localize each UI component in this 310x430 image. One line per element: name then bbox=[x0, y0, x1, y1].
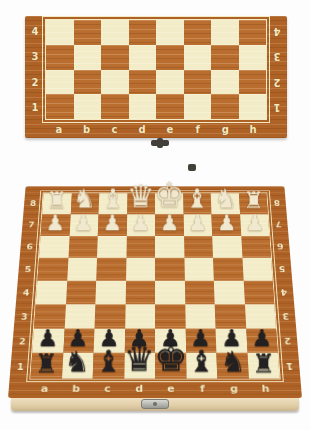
white-knight: ♞ bbox=[73, 186, 96, 212]
square-f7: ♟ bbox=[183, 214, 212, 236]
black-pawn: ♟ bbox=[252, 327, 273, 350]
square-b7: ♟ bbox=[69, 214, 98, 236]
square-e3 bbox=[156, 45, 184, 70]
square-d4 bbox=[129, 20, 157, 45]
square-d1: ♛ bbox=[124, 353, 155, 379]
rank-label: 7 bbox=[22, 214, 42, 236]
square-a1 bbox=[46, 94, 74, 119]
square-g2: ♟ bbox=[216, 328, 248, 353]
square-f4 bbox=[184, 20, 212, 45]
square-d8: ♛ bbox=[127, 193, 155, 214]
square-a2: ♟ bbox=[32, 328, 64, 353]
rank-label: 2 bbox=[267, 70, 287, 95]
square-e7: ♟ bbox=[155, 214, 184, 236]
square-g1 bbox=[211, 94, 239, 119]
square-d2: ♟ bbox=[124, 328, 155, 353]
square-c8: ♝ bbox=[99, 193, 128, 214]
white-pawn: ♟ bbox=[74, 212, 94, 234]
white-pawn: ♟ bbox=[188, 212, 208, 234]
square-g8: ♞ bbox=[211, 193, 240, 214]
board-squares: ♜♞♝♛♚♝♞♜♟♟♟♟♟♟♟♟♟♟♟♟♟♟♟♟♜♞♝♛♚♝♞♜ bbox=[29, 193, 280, 380]
square-d3 bbox=[125, 304, 155, 328]
white-rook: ♜ bbox=[243, 189, 264, 212]
square-f3 bbox=[184, 45, 212, 70]
square-e2 bbox=[156, 70, 184, 95]
square-e4 bbox=[155, 281, 185, 304]
folded-rank-labels-right: 4321 bbox=[267, 19, 287, 120]
white-pawn: ♟ bbox=[131, 212, 151, 234]
square-c3 bbox=[94, 304, 125, 328]
square-e2: ♟ bbox=[155, 328, 186, 353]
square-a3 bbox=[34, 304, 66, 328]
rank-label: 8 bbox=[23, 193, 42, 214]
square-c1: ♝ bbox=[93, 353, 125, 379]
file-label: a bbox=[28, 379, 61, 398]
square-e1: ♚ bbox=[155, 353, 186, 379]
square-d3 bbox=[129, 45, 157, 70]
square-h3 bbox=[239, 45, 267, 70]
square-d4 bbox=[125, 281, 155, 304]
folded-board-squares bbox=[45, 19, 267, 120]
rank-label: 1 bbox=[279, 354, 301, 380]
square-f3 bbox=[185, 304, 216, 328]
file-label: c bbox=[92, 379, 124, 398]
black-pawn: ♟ bbox=[99, 327, 120, 350]
file-label: f bbox=[186, 379, 218, 398]
square-d1 bbox=[129, 94, 157, 119]
square-b5 bbox=[67, 258, 97, 281]
white-knight: ♞ bbox=[214, 186, 237, 212]
square-c7: ♟ bbox=[98, 214, 127, 236]
rank-label: 3 bbox=[275, 304, 296, 328]
black-pawn: ♟ bbox=[68, 327, 89, 350]
square-d2 bbox=[129, 70, 157, 95]
square-h3 bbox=[244, 304, 276, 328]
black-pawn: ♟ bbox=[160, 327, 181, 350]
square-h5 bbox=[242, 258, 273, 281]
square-c5 bbox=[96, 258, 126, 281]
square-g7: ♟ bbox=[211, 214, 240, 236]
square-f2: ♟ bbox=[185, 328, 216, 353]
black-rook: ♜ bbox=[35, 350, 58, 376]
square-g5 bbox=[213, 258, 243, 281]
white-pawn: ♟ bbox=[217, 212, 237, 234]
square-a1: ♜ bbox=[30, 353, 63, 379]
file-label: b bbox=[60, 379, 92, 398]
square-e8: ♚ bbox=[155, 193, 183, 214]
square-e5 bbox=[155, 258, 184, 281]
square-b1: ♞ bbox=[62, 353, 94, 379]
square-c1 bbox=[101, 94, 129, 119]
square-a6 bbox=[39, 236, 69, 258]
square-c2 bbox=[101, 70, 129, 95]
rank-label: 3 bbox=[25, 44, 45, 69]
rank-label: 4 bbox=[16, 281, 37, 305]
square-f5 bbox=[184, 258, 214, 281]
rank-label: 6 bbox=[270, 235, 290, 257]
main-board-scene: ♜♞♝♛♚♝♞♜♟♟♟♟♟♟♟♟♟♟♟♟♟♟♟♟♜♞♝♛♚♝♞♜ 8765432… bbox=[8, 128, 302, 413]
square-c4 bbox=[101, 20, 129, 45]
square-d7: ♟ bbox=[126, 214, 155, 236]
square-h1 bbox=[239, 94, 267, 119]
square-a4 bbox=[36, 281, 67, 304]
square-f6 bbox=[184, 236, 213, 258]
rank-label: 7 bbox=[269, 214, 289, 236]
square-a8: ♜ bbox=[42, 193, 71, 214]
square-a2 bbox=[46, 70, 74, 95]
white-bishop: ♝ bbox=[101, 185, 125, 212]
white-pawn: ♟ bbox=[45, 212, 65, 234]
square-b2 bbox=[74, 70, 102, 95]
white-pawn: ♟ bbox=[102, 212, 122, 234]
square-f8: ♝ bbox=[183, 193, 212, 214]
square-a4 bbox=[46, 20, 74, 45]
square-h4 bbox=[243, 281, 274, 304]
square-e4 bbox=[156, 20, 184, 45]
black-pawn: ♟ bbox=[129, 327, 150, 350]
file-label: h bbox=[249, 379, 282, 398]
square-b1 bbox=[74, 94, 102, 119]
box-edge bbox=[11, 398, 299, 411]
white-rook: ♜ bbox=[46, 189, 67, 212]
square-b3 bbox=[74, 45, 102, 70]
black-knight: ♞ bbox=[220, 347, 246, 376]
square-d6 bbox=[126, 236, 155, 258]
latch-icon bbox=[141, 399, 169, 409]
white-king: ♚ bbox=[154, 178, 184, 212]
black-pawn: ♟ bbox=[37, 327, 58, 350]
rank-label: 4 bbox=[267, 19, 287, 44]
product-photo: 4321 4321 abcdefgh ♜♞♝♛♚♝♞♜♟♟♟♟♟♟♟♟♟♟♟♟♟… bbox=[0, 0, 310, 430]
rank-label: 1 bbox=[267, 95, 287, 120]
square-c3 bbox=[101, 45, 129, 70]
square-g6 bbox=[212, 236, 242, 258]
black-pawn: ♟ bbox=[221, 327, 242, 350]
white-queen: ♛ bbox=[127, 181, 155, 212]
folded-board: 4321 4321 abcdefgh bbox=[25, 16, 287, 138]
hinge-knob-icon bbox=[188, 164, 196, 171]
black-bishop: ♝ bbox=[188, 346, 215, 376]
square-f1 bbox=[184, 94, 212, 119]
square-e3 bbox=[155, 304, 185, 328]
rank-label: 8 bbox=[267, 193, 286, 214]
square-h6 bbox=[241, 236, 271, 258]
file-labels: abcdefgh bbox=[28, 379, 282, 398]
square-g3 bbox=[211, 45, 239, 70]
folded-rank-labels-left: 4321 bbox=[25, 19, 45, 120]
rank-label: 2 bbox=[12, 329, 33, 354]
square-f1: ♝ bbox=[186, 353, 218, 379]
square-g3 bbox=[215, 304, 246, 328]
square-d5 bbox=[126, 258, 155, 281]
square-c2: ♟ bbox=[94, 328, 125, 353]
square-b2: ♟ bbox=[63, 328, 95, 353]
rank-label: 4 bbox=[25, 19, 45, 44]
square-h4 bbox=[239, 20, 267, 45]
white-pawn: ♟ bbox=[160, 212, 180, 234]
square-h8: ♜ bbox=[239, 193, 268, 214]
file-label: e bbox=[155, 379, 187, 398]
square-a7: ♟ bbox=[41, 214, 71, 236]
square-g4 bbox=[214, 281, 245, 304]
square-b6 bbox=[68, 236, 98, 258]
file-label: g bbox=[218, 379, 250, 398]
black-pawn: ♟ bbox=[191, 327, 212, 350]
white-pawn: ♟ bbox=[245, 212, 265, 234]
square-h7: ♟ bbox=[240, 214, 270, 236]
square-g4 bbox=[211, 20, 239, 45]
rank-label: 3 bbox=[267, 44, 287, 69]
rank-label: 4 bbox=[274, 281, 295, 305]
square-f2 bbox=[184, 70, 212, 95]
white-bishop: ♝ bbox=[185, 185, 209, 212]
rank-label: 2 bbox=[277, 329, 298, 354]
square-b4 bbox=[74, 20, 102, 45]
square-h1: ♜ bbox=[247, 353, 280, 379]
square-c6 bbox=[97, 236, 126, 258]
rank-label: 5 bbox=[18, 258, 38, 281]
square-b4 bbox=[66, 281, 97, 304]
square-e6 bbox=[155, 236, 184, 258]
file-label: d bbox=[123, 379, 155, 398]
black-king: ♚ bbox=[154, 338, 188, 376]
square-h2 bbox=[239, 70, 267, 95]
black-knight: ♞ bbox=[64, 347, 90, 376]
rank-label: 3 bbox=[14, 304, 35, 328]
square-a3 bbox=[46, 45, 74, 70]
square-b8: ♞ bbox=[70, 193, 99, 214]
black-rook: ♜ bbox=[252, 350, 275, 376]
rank-label: 1 bbox=[10, 354, 32, 380]
rank-label: 2 bbox=[25, 70, 45, 95]
rank-label: 1 bbox=[25, 95, 45, 120]
square-a5 bbox=[37, 258, 68, 281]
chess-board: ♜♞♝♛♚♝♞♜♟♟♟♟♟♟♟♟♟♟♟♟♟♟♟♟♜♞♝♛♚♝♞♜ 8765432… bbox=[8, 186, 302, 398]
square-c4 bbox=[95, 281, 125, 304]
square-b3 bbox=[64, 304, 95, 328]
black-bishop: ♝ bbox=[95, 346, 122, 376]
square-g1: ♞ bbox=[216, 353, 248, 379]
square-e1 bbox=[156, 94, 184, 119]
square-g2 bbox=[211, 70, 239, 95]
rank-label: 5 bbox=[272, 258, 292, 281]
square-h2: ♟ bbox=[246, 328, 278, 353]
square-f4 bbox=[184, 281, 214, 304]
rank-label: 6 bbox=[20, 235, 40, 257]
